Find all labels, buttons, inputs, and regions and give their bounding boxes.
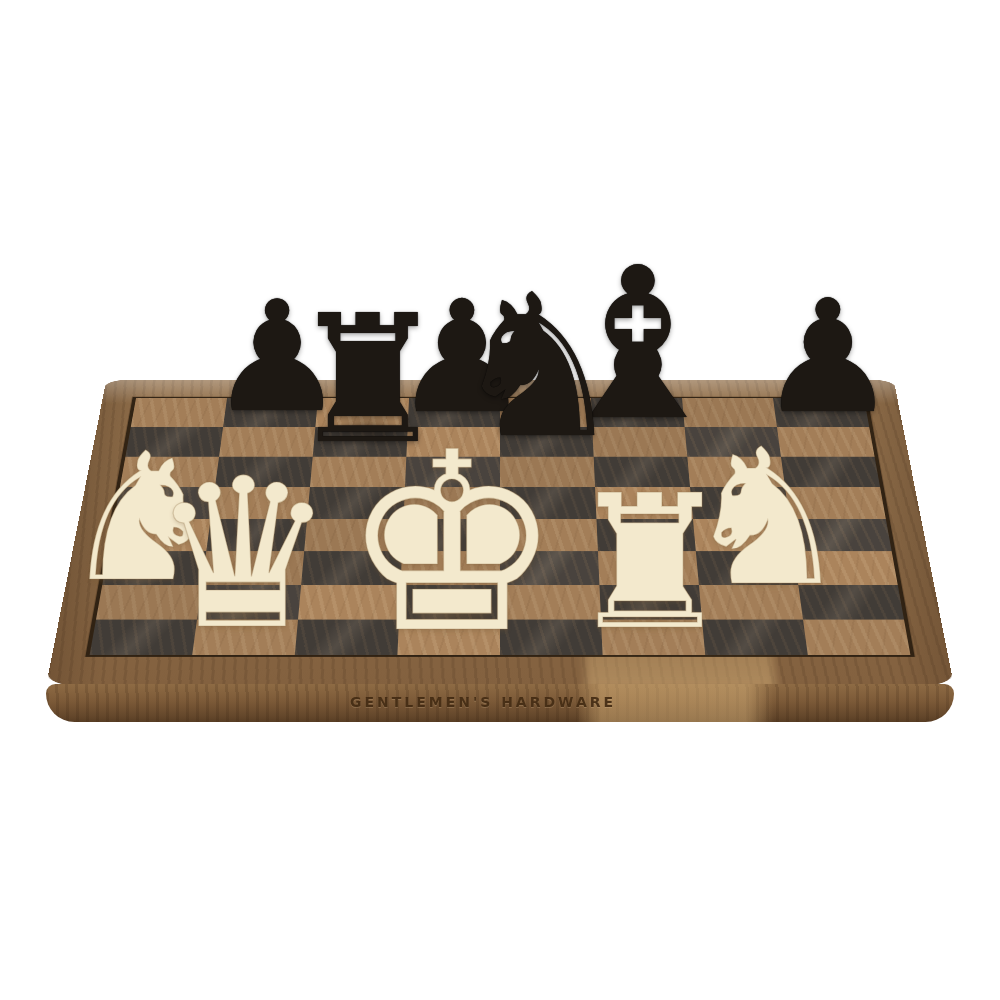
- board-front-edge: GENTLEMEN'S HARDWARE: [46, 684, 954, 722]
- chess-piece-white-rook-f1[interactable]: ♜: [567, 471, 733, 656]
- chess-piece-white-queen-b1[interactable]: ♛: [150, 451, 336, 658]
- chess-piece-white-king-d1[interactable]: ♚: [341, 420, 562, 667]
- brand-text: GENTLEMEN'S HARDWARE: [350, 694, 650, 710]
